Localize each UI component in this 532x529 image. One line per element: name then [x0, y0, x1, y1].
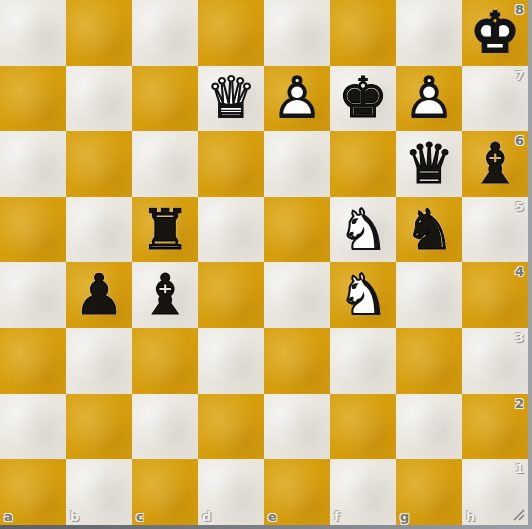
board-square[interactable]: ♟♙ [396, 66, 462, 132]
piece-black-king[interactable]: ♚ [330, 66, 396, 132]
piece-black-bishop[interactable]: ♝ [132, 262, 198, 328]
piece-black-bishop[interactable]: ♝ [462, 131, 528, 197]
board-square[interactable] [66, 0, 132, 66]
board-square[interactable] [330, 131, 396, 197]
board-square[interactable]: g [396, 459, 462, 525]
board-square[interactable] [66, 394, 132, 460]
file-label: f [334, 509, 340, 524]
board-square[interactable] [330, 0, 396, 66]
board-square[interactable] [198, 328, 264, 394]
piece-white-pawn[interactable]: ♟♙ [396, 66, 462, 132]
piece-white-knight[interactable]: ♞♘ [330, 262, 396, 328]
board-square[interactable]: d [198, 459, 264, 525]
black-bishop-glyph: ♝ [132, 262, 198, 328]
board-square[interactable]: ♟ [66, 262, 132, 328]
chess-board: 8♚♔♛♕♟♙♚♟♙7♛6♝♜♞♘♞5♟♝♞♘432abcdefg1h [0, 0, 528, 525]
file-label: a [4, 509, 13, 524]
file-label: h [466, 509, 475, 524]
resize-handle-icon[interactable] [512, 508, 526, 522]
board-square[interactable]: ♞♘ [330, 197, 396, 263]
board-square[interactable] [330, 394, 396, 460]
board-square[interactable] [132, 66, 198, 132]
board-square[interactable]: 8♚♔ [462, 0, 528, 66]
board-square[interactable] [132, 131, 198, 197]
black-knight-glyph: ♞ [396, 197, 462, 263]
black-pawn-glyph: ♟ [66, 262, 132, 328]
piece-white-king[interactable]: ♚♔ [462, 0, 528, 66]
file-label: d [202, 509, 211, 524]
board-square[interactable] [396, 394, 462, 460]
board-square[interactable] [66, 197, 132, 263]
board-square[interactable]: ♚ [330, 66, 396, 132]
rank-label: 3 [515, 330, 524, 345]
board-square[interactable]: 4 [462, 262, 528, 328]
board-square[interactable]: ♞♘ [330, 262, 396, 328]
board-square[interactable] [132, 394, 198, 460]
board-square[interactable] [330, 328, 396, 394]
board-square[interactable] [396, 328, 462, 394]
board-square[interactable]: ♝ [132, 262, 198, 328]
rank-label: 5 [515, 199, 524, 214]
white-knight-glyph: ♞♘ [330, 262, 396, 328]
board-square[interactable] [264, 0, 330, 66]
board-square[interactable] [264, 262, 330, 328]
board-square[interactable]: ♛ [396, 131, 462, 197]
board-square[interactable]: ♟♙ [264, 66, 330, 132]
board-square[interactable] [66, 131, 132, 197]
board-square[interactable] [198, 394, 264, 460]
rank-label: 1 [515, 461, 524, 476]
board-square[interactable] [264, 131, 330, 197]
board-square[interactable] [198, 197, 264, 263]
white-pawn-glyph: ♟♙ [264, 66, 330, 132]
chess-app-window: 8♚♔♛♕♟♙♚♟♙7♛6♝♜♞♘♞5♟♝♞♘432abcdefg1h [0, 0, 532, 529]
file-label: e [268, 509, 277, 524]
board-square[interactable] [264, 197, 330, 263]
rank-label: 7 [515, 68, 524, 83]
piece-black-knight[interactable]: ♞ [396, 197, 462, 263]
white-king-glyph: ♚♔ [462, 0, 528, 66]
board-square[interactable] [132, 328, 198, 394]
board-square[interactable] [0, 0, 66, 66]
board-square[interactable]: c [132, 459, 198, 525]
board-square[interactable] [198, 131, 264, 197]
board-square[interactable]: 7 [462, 66, 528, 132]
board-square[interactable] [0, 262, 66, 328]
board-square[interactable] [0, 131, 66, 197]
file-label: c [136, 509, 144, 524]
piece-white-pawn[interactable]: ♟♙ [264, 66, 330, 132]
piece-black-rook[interactable]: ♜ [132, 197, 198, 263]
board-square[interactable]: 3 [462, 328, 528, 394]
board-square[interactable] [198, 0, 264, 66]
file-label: b [70, 509, 79, 524]
white-knight-glyph: ♞♘ [330, 197, 396, 263]
board-square[interactable] [396, 262, 462, 328]
white-pawn-glyph: ♟♙ [396, 66, 462, 132]
board-square[interactable]: 1h [462, 459, 528, 525]
board-square[interactable] [66, 328, 132, 394]
board-square[interactable]: 6♝ [462, 131, 528, 197]
file-label: g [400, 509, 409, 524]
white-queen-glyph: ♛♕ [198, 66, 264, 132]
rank-label: 4 [515, 264, 524, 279]
board-square[interactable]: 2 [462, 394, 528, 460]
board-square[interactable] [0, 394, 66, 460]
black-bishop-glyph: ♝ [462, 131, 528, 197]
board-square[interactable] [264, 394, 330, 460]
board-square[interactable] [0, 66, 66, 132]
board-square[interactable]: a [0, 459, 66, 525]
board-square[interactable]: ♞ [396, 197, 462, 263]
board-square[interactable] [396, 0, 462, 66]
board-square[interactable] [264, 328, 330, 394]
board-square[interactable] [0, 328, 66, 394]
board-square[interactable]: b [66, 459, 132, 525]
piece-white-queen[interactable]: ♛♕ [198, 66, 264, 132]
board-square[interactable] [132, 0, 198, 66]
board-square[interactable]: e [264, 459, 330, 525]
piece-black-queen[interactable]: ♛ [396, 131, 462, 197]
piece-white-knight[interactable]: ♞♘ [330, 197, 396, 263]
board-square[interactable]: ♛♕ [198, 66, 264, 132]
piece-black-pawn[interactable]: ♟ [66, 262, 132, 328]
board-square[interactable]: 5 [462, 197, 528, 263]
board-square[interactable]: f [330, 459, 396, 525]
board-square[interactable] [66, 66, 132, 132]
board-square[interactable] [0, 197, 66, 263]
black-king-glyph: ♚ [330, 66, 396, 132]
black-queen-glyph: ♛ [396, 131, 462, 197]
board-square[interactable]: ♜ [132, 197, 198, 263]
board-square[interactable] [198, 262, 264, 328]
rank-label: 2 [515, 396, 524, 411]
black-rook-glyph: ♜ [132, 197, 198, 263]
